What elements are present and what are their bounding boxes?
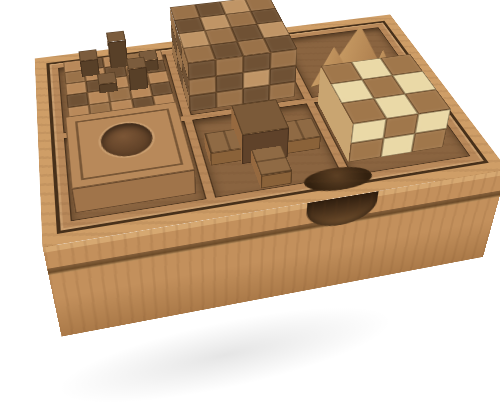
product-photo (0, 0, 500, 408)
wooden-storage-box (50, 94, 483, 337)
scene (0, 0, 500, 408)
